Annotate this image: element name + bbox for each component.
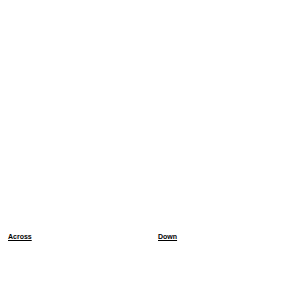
across-clues-column: Across bbox=[8, 233, 152, 242]
crossword-grid-clip bbox=[4, 0, 292, 228]
crossword-page: { "game": "crossword (Christmas themed, … bbox=[0, 0, 300, 300]
down-clues-column: Down bbox=[158, 233, 298, 242]
crossword-grid bbox=[4, 0, 292, 228]
across-header: Across bbox=[8, 233, 152, 240]
down-header: Down bbox=[158, 233, 298, 240]
